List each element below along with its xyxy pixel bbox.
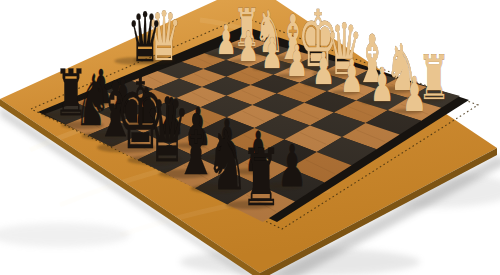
svg-text:♟: ♟ [402, 67, 427, 122]
svg-text:♟: ♟ [286, 35, 309, 85]
svg-text:♟: ♟ [215, 16, 236, 64]
svg-text:♟: ♟ [340, 49, 364, 103]
svg-text:♟: ♟ [237, 22, 259, 71]
svg-text:♟: ♟ [312, 42, 335, 95]
chess-set-photo: ♜♞♟♝♛♟♛♚♟♛♟♝♟♞♟♜♟♟♟♟♜♟♞♟♝♟♚♟♛♟♝♟♞♜ [0, 0, 500, 275]
svg-text:♟: ♟ [370, 58, 394, 112]
svg-text:♜: ♜ [241, 131, 282, 223]
chess-board: ♜♞♟♝♛♟♛♚♟♛♟♝♟♞♟♜♟♟♟♟♜♟♞♟♝♟♚♟♛♟♝♟♞♜ [0, 0, 500, 275]
svg-text:♟: ♟ [261, 29, 283, 78]
